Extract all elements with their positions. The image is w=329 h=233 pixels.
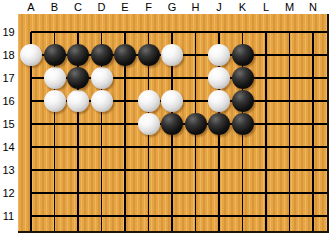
stone-black-B18[interactable] xyxy=(44,44,66,66)
grid-vline-N xyxy=(312,32,314,231)
column-label-G: G xyxy=(163,1,181,13)
column-label-N: N xyxy=(304,1,322,13)
row-label-12: 12 xyxy=(0,186,17,200)
stone-black-K15[interactable] xyxy=(232,113,254,135)
stone-white-C16[interactable] xyxy=(67,90,89,112)
column-label-F: F xyxy=(140,1,158,13)
stone-white-J18[interactable] xyxy=(208,44,230,66)
grid-hline-12 xyxy=(31,192,327,194)
stone-white-B17[interactable] xyxy=(44,67,66,89)
stone-white-B16[interactable] xyxy=(44,90,66,112)
stone-black-J15[interactable] xyxy=(208,113,230,135)
grid-vline-M xyxy=(289,32,291,231)
grid-vline-L xyxy=(265,32,267,231)
stone-black-G15[interactable] xyxy=(161,113,183,135)
stone-black-K16[interactable] xyxy=(232,90,254,112)
stone-white-J16[interactable] xyxy=(208,90,230,112)
row-label-19: 19 xyxy=(0,25,17,39)
column-label-M: M xyxy=(281,1,299,13)
row-label-11: 11 xyxy=(0,209,17,223)
row-label-18: 18 xyxy=(0,48,17,62)
go-board-screenshot: ABCDEFGHJKLMN 191817161514131211 xyxy=(0,0,329,233)
row-label-16: 16 xyxy=(0,94,17,108)
grid-hline-11 xyxy=(31,215,327,217)
grid-hline-13 xyxy=(31,169,327,171)
stone-black-C18[interactable] xyxy=(67,44,89,66)
column-label-K: K xyxy=(234,1,252,13)
column-label-L: L xyxy=(257,1,275,13)
stone-black-D18[interactable] xyxy=(91,44,113,66)
stone-black-K17[interactable] xyxy=(232,67,254,89)
stone-black-H15[interactable] xyxy=(185,113,207,135)
go-board[interactable] xyxy=(18,14,329,233)
stone-black-K18[interactable] xyxy=(232,44,254,66)
stone-white-G18[interactable] xyxy=(161,44,183,66)
row-label-14: 14 xyxy=(0,140,17,154)
column-label-D: D xyxy=(93,1,111,13)
row-label-15: 15 xyxy=(0,117,17,131)
stone-white-A18[interactable] xyxy=(20,44,42,66)
column-label-H: H xyxy=(187,1,205,13)
column-label-A: A xyxy=(22,1,40,13)
grid-hline-14 xyxy=(31,146,327,148)
row-label-17: 17 xyxy=(0,71,17,85)
row-label-13: 13 xyxy=(0,163,17,177)
stone-white-F15[interactable] xyxy=(138,113,160,135)
column-labels: ABCDEFGHJKLMN xyxy=(0,0,329,14)
stone-white-D17[interactable] xyxy=(91,67,113,89)
stone-black-C17[interactable] xyxy=(67,67,89,89)
column-label-C: C xyxy=(69,1,87,13)
column-label-E: E xyxy=(116,1,134,13)
stone-white-G16[interactable] xyxy=(161,90,183,112)
grid-hline-19 xyxy=(31,31,327,33)
stone-black-F18[interactable] xyxy=(138,44,160,66)
stone-white-J17[interactable] xyxy=(208,67,230,89)
column-label-B: B xyxy=(46,1,64,13)
stone-white-D16[interactable] xyxy=(91,90,113,112)
row-labels: 191817161514131211 xyxy=(0,14,18,233)
stone-white-F16[interactable] xyxy=(138,90,160,112)
column-label-J: J xyxy=(210,1,228,13)
stone-black-E18[interactable] xyxy=(114,44,136,66)
